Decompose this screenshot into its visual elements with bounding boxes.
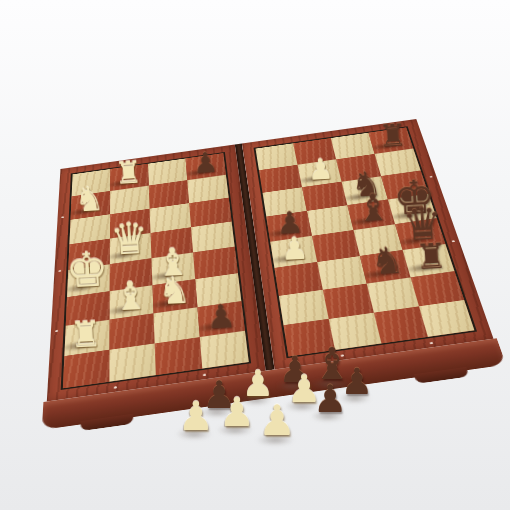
square-h7 xyxy=(375,148,421,176)
piece-shadow xyxy=(348,215,382,227)
square-a8 xyxy=(72,169,111,196)
square-d6 xyxy=(189,198,231,228)
square-a1 xyxy=(63,350,110,388)
piece-dark-bishop-g5: ♝ xyxy=(355,189,390,228)
square-e7 xyxy=(259,165,302,193)
piece-shadow xyxy=(68,206,99,217)
square-f4 xyxy=(312,230,360,262)
square-h3: ♜ xyxy=(403,244,455,277)
square-c1 xyxy=(155,337,203,375)
square-d1 xyxy=(200,331,249,369)
square-b8: ♜ xyxy=(110,164,149,191)
square-b1 xyxy=(109,343,155,381)
board-foot-left xyxy=(80,414,133,431)
piece-shadow xyxy=(107,249,139,261)
square-f8 xyxy=(293,138,336,165)
square-g8 xyxy=(331,133,375,160)
piece-shadow xyxy=(298,174,330,185)
square-f7: ♟ xyxy=(297,159,341,187)
piece-dark-knight-g6: ♞ xyxy=(350,167,383,203)
square-c8 xyxy=(148,158,187,185)
square-d8: ♟ xyxy=(186,153,226,180)
piece-dark-pawn-d8: ♟ xyxy=(193,148,219,177)
square-b3: ♝ xyxy=(110,285,154,319)
square-f5 xyxy=(307,205,354,236)
square-a4: ♚ xyxy=(67,264,110,297)
piece-white-knight-a7: ♞ xyxy=(74,182,105,217)
square-g5: ♝ xyxy=(347,200,395,230)
square-c3: ♞ xyxy=(152,279,197,313)
chess-board: ♜♟♞♛♚♝♝♞♜♟ ♜♟♞♟♝♚♟♛♞♜ xyxy=(47,119,494,402)
square-c7 xyxy=(149,180,189,208)
square-e1 xyxy=(284,319,335,356)
piece-white-king-a4: ♚ xyxy=(64,244,109,294)
square-b2 xyxy=(110,314,155,350)
board-right-panel: ♜♟♞♟♝♚♟♛♞♜ xyxy=(242,119,494,370)
square-h8: ♜ xyxy=(368,127,413,153)
piece-white-bishop-b3: ♝ xyxy=(112,276,149,317)
piece-white-queen-b5: ♛ xyxy=(109,217,149,262)
square-b7 xyxy=(110,186,150,215)
square-a2: ♜ xyxy=(64,320,109,356)
square-b5: ♛ xyxy=(110,233,152,264)
square-e8 xyxy=(255,143,297,170)
chess-set: ♜♟♞♛♚♝♝♞♜♟ ♜♟♞♟♝♚♟♛♞♜ xyxy=(29,36,476,452)
board-foot-right xyxy=(414,367,470,384)
piece-shadow xyxy=(108,178,138,189)
square-a7: ♞ xyxy=(71,191,111,220)
piece-dark-rook-h3: ♜ xyxy=(415,238,448,274)
piece-shadow xyxy=(342,191,375,203)
piece-white-pawn-f7: ♟ xyxy=(307,155,334,185)
square-g3: ♞ xyxy=(360,250,411,284)
piece-white-rook-a2: ♜ xyxy=(69,316,102,353)
piece-shadow xyxy=(256,435,294,445)
piece-dark-knight-g3: ♞ xyxy=(370,242,405,281)
square-f1 xyxy=(329,313,382,350)
piece-dark-pawn-d2: ♟ xyxy=(206,300,237,334)
square-g1 xyxy=(374,306,428,343)
square-d7 xyxy=(187,175,228,203)
piece-white-pawn-e4: ♟ xyxy=(280,233,309,265)
square-g7 xyxy=(336,154,381,182)
photo-background: ♜♟♞♛♚♝♝♞♜♟ ♜♟♞♟♝♚♟♛♞♜ xyxy=(0,0,510,510)
square-f6 xyxy=(302,182,347,211)
piece-white-rook-b8: ♜ xyxy=(114,156,143,188)
piece-dark-rook-h8: ♜ xyxy=(378,119,407,151)
square-c6 xyxy=(150,203,191,233)
board-left-panel: ♜♟♞♛♚♝♝♞♜♟ xyxy=(47,144,266,401)
piece-white-knight-c3: ♞ xyxy=(157,272,192,310)
piece-shadow xyxy=(370,141,402,152)
piece-shadow xyxy=(184,167,214,178)
square-h1 xyxy=(419,300,474,337)
playing-field-left: ♜♟♞♛♚♝♝♞♜♟ xyxy=(61,152,251,390)
square-d5 xyxy=(191,222,235,253)
